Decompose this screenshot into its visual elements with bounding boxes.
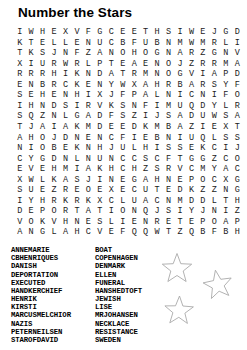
grid-cell-r20c11: Q [128,227,139,238]
grid-cell-r10c8: D [94,122,105,133]
grid-cell-r13c18: Z [209,154,220,165]
grid-cell-r16c14: E [163,185,174,196]
grid-cell-r5c1: R [14,69,25,80]
grid-cell-r10c3: A [37,122,48,133]
word-jewish: JEWISH [95,295,142,303]
grid-cell-r14c4: H [48,164,59,175]
grid-cell-r4c16: Z [186,59,197,70]
grid-cell-r14c2: V [25,164,36,175]
grid-cell-r12c6: K [71,143,82,154]
grid-cell-r3c6: F [71,48,82,59]
grid-cell-r19c10: I [117,217,128,228]
grid-cell-r3c3: S [37,48,48,59]
grid-cell-r10c6: K [71,122,82,133]
word-executed: EXECUTED [11,279,71,287]
grid-cell-r8c4: D [48,101,59,112]
grid-cell-r8c17: D [197,101,208,112]
grid-cell-r7c10: F [117,90,128,101]
grid-cell-r7c13: L [151,90,162,101]
grid-cell-r2c2: T [25,38,36,49]
grid-cell-r16c6: E [71,185,82,196]
grid-cell-r4c4: R [48,59,59,70]
grid-cell-r8c16: Q [186,101,197,112]
grid-cell-r20c16: Q [186,227,197,238]
grid-cell-r1c15: I [174,27,185,38]
grid-cell-r5c2: R [25,69,36,80]
grid-cell-r12c11: L [128,143,139,154]
grid-cell-r9c7: A [83,111,94,122]
grid-cell-r9c2: Q [25,111,36,122]
grid-cell-r8c9: K [106,101,117,112]
grid-cell-r6c4: R [48,80,59,91]
grid-cell-r6c20: F [232,80,243,91]
grid-cell-r15c7: J [83,175,94,186]
grid-cell-r2c13: B [151,38,162,49]
grid-cell-r1c10: E [117,27,128,38]
grid-cell-r19c11: E [128,217,139,228]
grid-cell-r19c16: E [186,217,197,228]
grid-cell-r8c18: Y [209,101,220,112]
grid-cell-r1c4: E [48,27,59,38]
grid-cell-r11c12: E [140,133,151,144]
grid-cell-r6c5: C [60,80,71,91]
grid-cell-r15c9: N [106,175,117,186]
word-denmark: DENMARK [95,262,142,270]
word-deportation: DEPORTATION [11,271,71,279]
grid-cell-r18c7: A [83,206,94,217]
grid-cell-r2c19: L [220,38,231,49]
grid-cell-r5c14: O [163,69,174,80]
grid-cell-r2c8: U [94,38,105,49]
grid-cell-r10c4: I [48,122,59,133]
grid-cell-r5c3: R [37,69,48,80]
grid-cell-r12c7: N [83,143,94,154]
grid-cell-r9c14: S [163,111,174,122]
page-title: Number the Stars [18,5,132,20]
grid-cell-r7c7: I [83,90,94,101]
grid-cell-r14c12: Z [140,164,151,175]
grid-cell-r11c9: C [106,133,117,144]
grid-cell-r13c6: L [71,154,82,165]
grid-cell-r17c3: H [37,196,48,207]
word-necklace: NECKLACE [95,320,142,328]
grid-cell-r8c13: I [151,101,162,112]
word-boat: BOAT [95,246,142,254]
grid-cell-r11c3: O [37,133,48,144]
grid-cell-r5c16: V [186,69,197,80]
grid-cell-r16c16: K [186,185,197,196]
grid-cell-r15c14: N [163,175,174,186]
grid-cell-r15c19: X [220,175,231,186]
grid-cell-r17c13: C [151,196,162,207]
grid-cell-r2c18: R [209,38,220,49]
grid-cell-r8c3: N [37,101,48,112]
grid-cell-r4c14: O [163,59,174,70]
grid-cell-r5c9: A [106,69,117,80]
grid-cell-r19c5: H [60,217,71,228]
grid-cell-r9c16: D [186,111,197,122]
grid-cell-r5c19: P [220,69,231,80]
grid-cell-r11c18: L [209,133,220,144]
grid-cell-r13c16: G [186,154,197,165]
grid-cell-r8c10: S [117,101,128,112]
grid-cell-r6c12: A [140,80,151,91]
grid-cell-r18c2: E [25,206,36,217]
grid-cell-r19c9: L [106,217,117,228]
grid-cell-r2c9: C [106,38,117,49]
grid-cell-r13c20: O [232,154,243,165]
grid-cell-r11c13: B [151,133,162,144]
grid-cell-r10c18: E [209,122,220,133]
grid-cell-r5c8: D [94,69,105,80]
grid-cell-r9c3: Z [37,111,48,122]
grid-cell-r16c20: G [232,185,243,196]
grid-cell-r6c1: E [14,80,25,91]
grid-cell-r2c11: F [128,38,139,49]
grid-cell-r17c5: K [60,196,71,207]
grid-cell-r5c4: H [48,69,59,80]
grid-cell-r12c20: J [232,143,243,154]
grid-cell-r9c15: A [174,111,185,122]
grid-cell-r5c11: R [128,69,139,80]
grid-cell-r4c20: A [232,59,243,70]
grid-cell-r10c20: T [232,122,243,133]
grid-cell-r1c6: V [71,27,82,38]
grid-cell-r6c14: R [163,80,174,91]
grid-cell-r13c19: C [220,154,231,165]
grid-cell-r20c17: B [197,227,208,238]
grid-cell-r13c13: C [151,154,162,165]
grid-cell-r19c20: P [232,217,243,228]
grid-cell-r14c3: E [37,164,48,175]
grid-cell-r16c9: X [106,185,117,196]
grid-cell-r12c5: E [60,143,71,154]
word-list-right: BOATCOPENHAGENDENMARKELLENFUNERALHANSHED… [95,246,142,344]
grid-cell-r20c20: H [232,227,243,238]
grid-cell-r17c18: L [209,196,220,207]
grid-cell-r1c11: E [128,27,139,38]
grid-cell-r17c11: U [128,196,139,207]
grid-cell-r19c8: S [94,217,105,228]
grid-cell-r20c9: E [106,227,117,238]
grid-cell-r3c17: Z [197,48,208,59]
word-henrik: HENRIK [11,295,71,303]
grid-cell-r15c5: A [60,175,71,186]
grid-cell-r2c5: L [60,38,71,49]
grid-cell-r15c1: X [14,175,25,186]
grid-cell-r19c13: R [151,217,162,228]
grid-cell-r18c6: T [71,206,82,217]
grid-cell-r4c15: J [174,59,185,70]
grid-cell-r10c13: M [151,122,162,133]
grid-cell-r6c9: Y [106,80,117,91]
grid-cell-r6c6: K [71,80,82,91]
grid-cell-r6c16: A [186,80,197,91]
grid-cell-r16c11: C [128,185,139,196]
grid-cell-r2c20: I [232,38,243,49]
grid-cell-r15c17: O [197,175,208,186]
grid-cell-r2c3: E [37,38,48,49]
grid-cell-r7c19: F [220,90,231,101]
grid-cell-r4c6: R [71,59,82,70]
grid-cell-r12c18: C [209,143,220,154]
grid-cell-r7c1: S [14,90,25,101]
grid-cell-r4c19: M [220,59,231,70]
grid-cell-r1c17: E [197,27,208,38]
grid-cell-r1c20: D [232,27,243,38]
grid-cell-r4c9: T [106,59,117,70]
grid-cell-r1c2: W [25,27,36,38]
grid-cell-r15c16: P [186,175,197,186]
grid-cell-r12c8: H [94,143,105,154]
grid-cell-r20c19: B [220,227,231,238]
grid-cell-r6c13: H [151,80,162,91]
grid-cell-r3c10: O [117,48,128,59]
grid-cell-r10c14: B [163,122,174,133]
grid-cell-r7c4: E [48,90,59,101]
grid-cell-r5c18: A [209,69,220,80]
grid-cell-r14c13: S [151,164,162,175]
grid-cell-r11c10: F [117,133,128,144]
grid-cell-r11c11: I [128,133,139,144]
star-icon-3 [165,296,194,323]
grid-cell-r7c20: O [232,90,243,101]
grid-cell-r4c13: N [151,59,162,70]
grid-cell-r19c3: K [37,217,48,228]
grid-cell-r20c4: L [48,227,59,238]
word-sweden: SWEDEN [95,336,142,344]
grid-cell-r16c2: U [25,185,36,196]
grid-cell-r17c19: T [220,196,231,207]
grid-cell-r13c2: Y [25,154,36,165]
word-handkerchief: HANDKERCHIEF [11,287,71,295]
grid-cell-r11c5: D [60,133,71,144]
grid-cell-r20c6: H [71,227,82,238]
grid-cell-r17c7: K [83,196,94,207]
grid-cell-r1c14: S [163,27,174,38]
grid-cell-r19c15: T [174,217,185,228]
grid-cell-r13c15: T [174,154,185,165]
grid-cell-r11c4: J [48,133,59,144]
grid-cell-r20c7: C [83,227,94,238]
grid-cell-r6c10: W [117,80,128,91]
grid-cell-r18c15: I [174,206,185,217]
grid-cell-r7c12: A [140,90,151,101]
grid-cell-r11c15: I [174,133,185,144]
grid-cell-r3c5: N [60,48,71,59]
grid-cell-r19c12: N [140,217,151,228]
grid-cell-r3c11: H [128,48,139,59]
grid-cell-r4c18: R [209,59,220,70]
grid-cell-r14c14: R [163,164,174,175]
grid-cell-r7c5: N [60,90,71,101]
grid-cell-r19c18: O [209,217,220,228]
grid-cell-r3c2: K [25,48,36,59]
grid-cell-r18c3: P [37,206,48,217]
grid-cell-r10c7: M [83,122,94,133]
grid-cell-r11c16: U [186,133,197,144]
star-icon-2 [203,270,231,298]
grid-cell-r17c4: R [48,196,59,207]
grid-cell-r2c12: U [140,38,151,49]
word-peterneilsen: PETERNEILSEN [11,328,71,336]
word-list-left: ANNEMARIECBHENRIQUESDANISHDEPORTATIONEXE… [11,246,71,344]
grid-cell-r17c16: D [186,196,197,207]
grid-cell-r15c10: E [117,175,128,186]
grid-cell-r14c16: C [186,164,197,175]
grid-cell-r5c10: T [117,69,128,80]
grid-cell-r2c7: N [83,38,94,49]
grid-cell-r14c17: M [197,164,208,175]
grid-cell-r6c8: N [94,80,105,91]
grid-cell-r8c14: M [163,101,174,112]
grid-cell-r13c8: U [94,154,105,165]
grid-cell-r9c5: L [60,111,71,122]
grid-cell-r11c1: A [14,133,25,144]
grid-cell-r16c4: Z [48,185,59,196]
grid-cell-r14c7: A [83,164,94,175]
grid-cell-r1c3: H [37,27,48,38]
grid-cell-r20c10: F [117,227,128,238]
grid-cell-r12c16: E [186,143,197,154]
grid-cell-r14c5: M [60,164,71,175]
grid-cell-r3c8: A [94,48,105,59]
grid-cell-r16c17: Z [197,185,208,196]
grid-cell-r5c12: M [140,69,151,80]
grid-cell-r7c18: I [209,90,220,101]
grid-cell-r18c14: S [163,206,174,217]
grid-cell-r2c4: L [48,38,59,49]
grid-cell-r1c1: I [14,27,25,38]
grid-cell-r16c12: U [140,185,151,196]
grid-cell-r3c20: V [232,48,243,59]
grid-cell-r14c11: H [128,164,139,175]
word-ellen: ELLEN [95,271,142,279]
grid-cell-r17c10: L [117,196,128,207]
grid-cell-r13c7: N [83,154,94,165]
grid-cell-r12c17: K [197,143,208,154]
grid-cell-r18c8: T [94,206,105,217]
grid-cell-r5c7: N [83,69,94,80]
grid-cell-r5c13: N [151,69,162,80]
grid-cell-r20c13: W [151,227,162,238]
grid-cell-r5c15: G [174,69,185,80]
grid-cell-r6c15: B [174,80,185,91]
word-kirsti: KIRSTI [11,303,71,311]
grid-cell-r11c17: Q [197,133,208,144]
grid-cell-r18c11: N [128,206,139,217]
grid-cell-r12c3: O [37,143,48,154]
grid-cell-r18c16: Y [186,206,197,217]
grid-cell-r13c3: G [37,154,48,165]
grid-cell-r18c13: J [151,206,162,217]
grid-cell-r9c6: G [71,111,82,122]
grid-cell-r3c9: N [106,48,117,59]
grid-cell-r4c5: W [60,59,71,70]
grid-cell-r15c8: I [94,175,105,186]
grid-cell-r1c13: H [151,27,162,38]
grid-cell-r9c20: A [232,111,243,122]
grid-cell-r4c7: L [83,59,94,70]
grid-cell-r12c19: I [220,143,231,154]
star-icon-1 [162,254,191,282]
grid-cell-r18c4: O [48,206,59,217]
grid-cell-r3c14: N [163,48,174,59]
grid-cell-r19c17: P [197,217,208,228]
word-starofdavid: STAROFDAVID [11,336,71,344]
grid-cell-r3c15: A [174,48,185,59]
grid-cell-r4c1: X [14,59,25,70]
grid-cell-r7c2: E [25,90,36,101]
grid-cell-r2c6: E [71,38,82,49]
word-copenhagen: COPENHAGEN [95,254,142,262]
grid-cell-r8c15: U [174,101,185,112]
grid-cell-r9c10: S [117,111,128,122]
grid-cell-r9c18: W [209,111,220,122]
grid-cell-r17c9: C [106,196,117,207]
grid-cell-r10c17: I [197,122,208,133]
grid-cell-r8c11: N [128,101,139,112]
grid-cell-r19c19: A [220,217,231,228]
grid-cell-r8c6: I [71,101,82,112]
grid-cell-r16c10: E [117,185,128,196]
grid-cell-r10c11: D [128,122,139,133]
grid-cell-r19c4: V [48,217,59,228]
grid-cell-r11c19: S [220,133,231,144]
grid-cell-r12c10: U [117,143,128,154]
grid-cell-r16c19: N [220,185,231,196]
grid-cell-r20c12: Q [140,227,151,238]
grid-cell-r14c18: Y [209,164,220,175]
grid-cell-r7c9: J [106,90,117,101]
grid-cell-r6c3: B [37,80,48,91]
grid-cell-r8c19: L [220,101,231,112]
grid-cell-r18c9: I [106,206,117,217]
grid-cell-r3c16: R [186,48,197,59]
grid-cell-r11c8: N [94,133,105,144]
grid-cell-r20c18: F [209,227,220,238]
grid-cell-r7c16: C [186,90,197,101]
grid-cell-r3c13: G [151,48,162,59]
grid-cell-r2c15: M [174,38,185,49]
grid-cell-r1c16: W [186,27,197,38]
grid-cell-r8c8: V [94,101,105,112]
grid-cell-r15c15: E [174,175,185,186]
grid-cell-r14c20: C [232,164,243,175]
grid-cell-r13c1: C [14,154,25,165]
grid-cell-r19c6: N [71,217,82,228]
grid-cell-r6c2: N [25,80,36,91]
grid-cell-r8c12: F [140,101,151,112]
grid-cell-r16c8: E [94,185,105,196]
grid-cell-r8c1: I [14,101,25,112]
grid-cell-r18c12: Q [140,206,151,217]
grid-cell-r15c12: A [140,175,151,186]
grid-cell-r7c8: X [94,90,105,101]
grid-cell-r17c14: N [163,196,174,207]
word-cbhenriques: CBHENRIQUES [11,254,71,262]
grid-cell-r10c15: A [174,122,185,133]
grid-cell-r12c9: J [106,143,117,154]
grid-cell-r3c1: T [14,48,25,59]
grid-cell-r8c7: R [83,101,94,112]
grid-cell-r14c8: K [94,164,105,175]
grid-cell-r11c7: E [83,133,94,144]
grid-cell-r14c15: V [174,164,185,175]
grid-cell-r15c4: K [48,175,59,186]
grid-cell-r8c5: S [60,101,71,112]
grid-cell-r5c6: K [71,69,82,80]
